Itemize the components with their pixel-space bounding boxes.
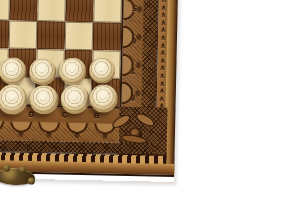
product-photo: 5678 ∧ ∧ ∧ ∧ ∧ ∧ ∧ ∧ ∧ ∧ ∧ ∧ ∧ ∧ ∧ ∧ ∧ ∧… [0,0,300,200]
leaf-icon [134,111,156,129]
rank-label-7: 7 [122,66,144,75]
square-d5 [9,0,38,21]
clasp-knob-icon [3,165,10,172]
piece-c7 [28,57,56,85]
corner-flower-icon [111,109,158,152]
piece-d7 [0,57,26,85]
square-a6 [93,22,122,51]
chess-case: 5678 ∧ ∧ ∧ ∧ ∧ ∧ ∧ ∧ ∧ ∧ ∧ ∧ ∧ ∧ ∧ ∧ ∧ ∧… [0,0,178,182]
square-c5 [37,0,66,22]
rank-label-5: 5 [124,3,146,12]
file-label-b: B [90,111,102,120]
clasp-knob-icon [28,177,35,184]
square-b6 [65,22,94,51]
piece-c8 [29,84,59,114]
piece-b8 [60,84,90,114]
square-b5 [65,0,94,22]
clasp-knob-icon [19,166,26,173]
leaf-icon [110,112,132,130]
piece-b7 [58,57,86,85]
flower-stem-icon [120,133,147,145]
rank-label-6: 6 [123,36,145,45]
square-c6 [37,21,66,50]
rank-label-8: 8 [122,93,144,102]
square-d6 [9,21,38,50]
square-a5 [93,0,122,23]
bottom-border-scallop-band [0,121,119,143]
